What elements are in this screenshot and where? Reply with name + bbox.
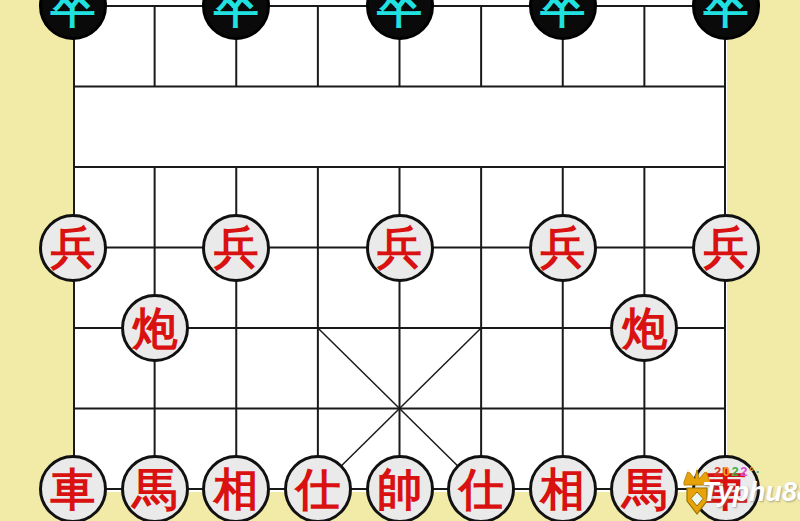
piece-red-elephant[interactable]: 相 — [529, 455, 597, 521]
piece-red-soldier[interactable]: 兵 — [366, 214, 434, 282]
piece-red-cannon[interactable]: 炮 — [610, 294, 678, 362]
watermark-brand: Typhu88 — [702, 477, 800, 508]
piece-grid: 卒卒卒卒卒兵兵兵兵兵炮炮車馬相仕帥仕相馬車 — [32, 0, 767, 521]
piece-black-soldier[interactable]: 卒 — [529, 0, 597, 40]
piece-red-horse[interactable]: 馬 — [610, 455, 678, 521]
piece-red-elephant[interactable]: 相 — [202, 455, 270, 521]
piece-red-chariot[interactable]: 車 — [39, 455, 107, 521]
piece-red-soldier[interactable]: 兵 — [202, 214, 270, 282]
piece-black-soldier[interactable]: 卒 — [366, 0, 434, 40]
piece-black-soldier[interactable]: 卒 — [692, 0, 760, 40]
piece-red-advisor[interactable]: 仕 — [447, 455, 515, 521]
piece-black-soldier[interactable]: 卒 — [39, 0, 107, 40]
piece-red-advisor[interactable]: 仕 — [284, 455, 352, 521]
piece-black-soldier[interactable]: 卒 — [202, 0, 270, 40]
watermark: 2022°· Typhu88 — [678, 464, 800, 521]
piece-red-soldier[interactable]: 兵 — [39, 214, 107, 282]
piece-red-cannon[interactable]: 炮 — [121, 294, 189, 362]
piece-red-horse[interactable]: 馬 — [121, 455, 189, 521]
page-background: 卒卒卒卒卒兵兵兵兵兵炮炮車馬相仕帥仕相馬車 2022°· Typhu88 — [0, 0, 800, 521]
piece-red-general[interactable]: 帥 — [366, 455, 434, 521]
piece-red-soldier[interactable]: 兵 — [529, 214, 597, 282]
piece-red-soldier[interactable]: 兵 — [692, 214, 760, 282]
